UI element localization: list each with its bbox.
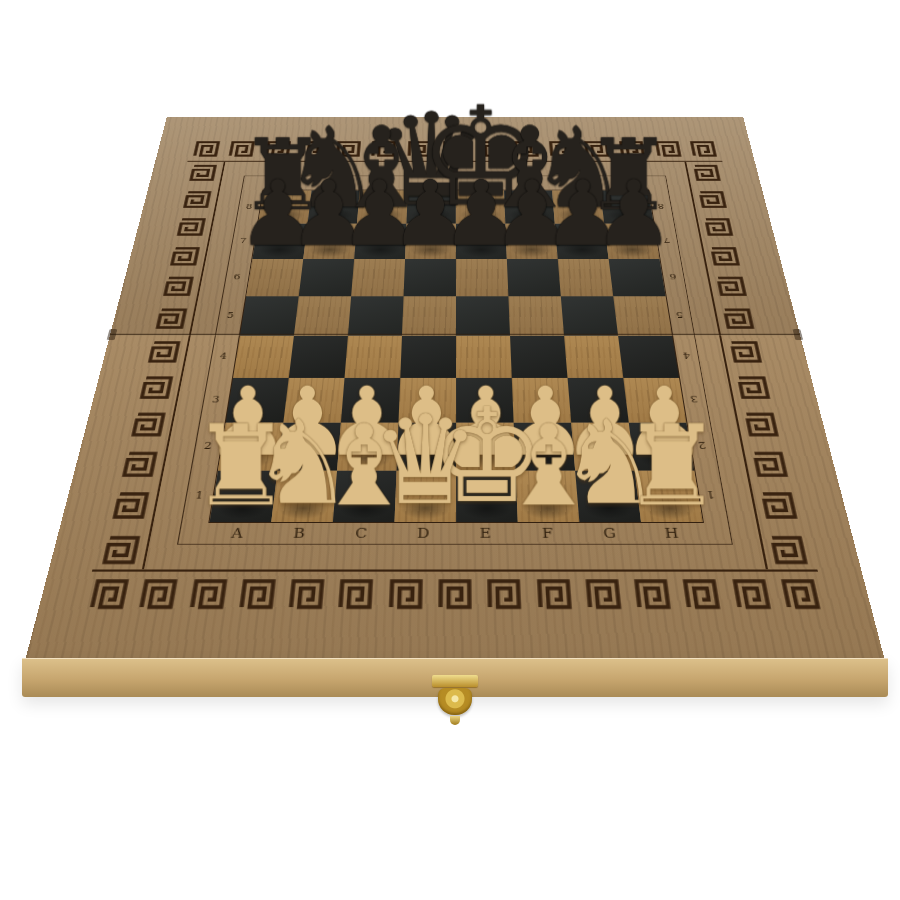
file-label-b: B — [267, 521, 332, 545]
square-a6 — [246, 259, 303, 296]
file-label-a: A — [205, 521, 270, 545]
meander-unit-icon — [485, 577, 524, 612]
white-rook: ♜ — [622, 414, 722, 517]
square-g6 — [558, 259, 613, 296]
meander-unit-icon — [286, 577, 328, 612]
square-b6 — [299, 259, 354, 296]
meander-unit-icon — [236, 577, 279, 612]
square-f1: ♝ — [516, 471, 580, 522]
square-c6 — [351, 259, 405, 296]
meander-unit-icon — [680, 577, 724, 612]
meander-unit-icon — [749, 450, 790, 479]
meander-unit-icon — [187, 164, 219, 183]
meander-unit-icon — [436, 577, 475, 612]
meander-unit-icon — [729, 577, 774, 612]
product-photo: 87654321 87654321 ABCDEFGH ♜♞♝♛♚♝♞♜♟♟♟♟♟… — [0, 0, 900, 900]
meander-unit-icon — [128, 411, 168, 439]
rank-label-6: 6 — [222, 258, 251, 295]
square-a5 — [240, 296, 299, 336]
square-g5 — [561, 296, 618, 336]
meander-unit-icon — [702, 217, 736, 237]
meander-unit-icon — [137, 374, 176, 400]
hinge-notch-left — [107, 329, 118, 340]
square-e6 — [456, 259, 508, 296]
board-front-edge — [22, 658, 888, 697]
file-label-f: F — [517, 521, 581, 545]
meander-unit-icon — [720, 307, 757, 331]
meander-unit-icon — [174, 217, 208, 237]
square-f5 — [508, 296, 564, 336]
meander-unit-icon — [136, 577, 181, 612]
square-b5 — [294, 296, 351, 336]
chess-board: 87654321 87654321 ABCDEFGH ♜♞♝♛♚♝♞♜♟♟♟♟♟… — [25, 117, 884, 659]
meander-unit-icon — [181, 190, 214, 209]
meander-unit-icon — [161, 275, 197, 297]
playing-field: ♜♞♝♛♚♝♞♜♟♟♟♟♟♟♟♟♟♟♟♟♟♟♟♟♜♞♝♛♚♝♞♜ — [208, 190, 704, 523]
file-label-h: H — [640, 521, 705, 545]
rank-label-6: 6 — [658, 258, 687, 295]
board-surface: 87654321 87654321 ABCDEFGH ♜♞♝♛♚♝♞♜♟♟♟♟♟… — [25, 117, 884, 659]
square-h6 — [609, 259, 666, 296]
square-d6 — [404, 259, 456, 296]
meander-unit-icon — [191, 140, 222, 158]
meander-unit-icon — [534, 577, 574, 612]
meander-unit-icon — [708, 245, 743, 266]
meander-unit-icon — [336, 577, 376, 612]
meander-unit-icon — [758, 490, 801, 521]
square-d1: ♛ — [395, 471, 457, 522]
meander-unit-icon — [696, 190, 729, 209]
meander-unit-icon — [153, 307, 190, 331]
white-rook: ♜ — [191, 414, 291, 517]
square-h7: ♟ — [604, 224, 659, 259]
square-c5 — [348, 296, 404, 336]
meander-unit-icon — [767, 534, 811, 567]
rank-label-5: 5 — [665, 295, 695, 335]
meander-unit-icon — [168, 245, 203, 266]
meander-unit-icon — [386, 577, 425, 612]
square-e5 — [456, 296, 510, 336]
greek-key-band-bottom — [81, 570, 828, 617]
meander-unit-icon — [86, 577, 132, 612]
file-label-g: G — [578, 521, 643, 545]
file-label-c: C — [330, 521, 394, 545]
white-bishop: ♝ — [498, 414, 598, 517]
file-labels-bottom: ABCDEFGH — [205, 521, 706, 545]
latch-plate — [432, 675, 478, 687]
meander-unit-icon — [691, 164, 723, 183]
file-label-d: D — [392, 521, 455, 545]
brass-latch — [429, 675, 481, 733]
meander-unit-icon — [778, 577, 824, 612]
meander-unit-icon — [99, 534, 143, 567]
meander-unit-icon — [583, 577, 625, 612]
latch-knob — [450, 716, 460, 725]
meander-unit-icon — [186, 577, 230, 612]
hinge-notch-right — [792, 329, 803, 340]
square-h1: ♜ — [635, 471, 703, 522]
latch-body — [438, 688, 472, 715]
white-queen: ♛ — [370, 403, 480, 516]
square-d5 — [402, 296, 456, 336]
meander-unit-icon — [714, 275, 750, 297]
meander-unit-icon — [119, 450, 160, 479]
meander-unit-icon — [109, 490, 152, 521]
meander-unit-icon — [734, 374, 773, 400]
meander-unit-icon — [631, 577, 674, 612]
square-f6 — [507, 259, 561, 296]
meander-unit-icon — [145, 340, 183, 365]
file-label-e: E — [455, 521, 518, 545]
meander-unit-icon — [727, 340, 765, 365]
square-h5 — [613, 296, 672, 336]
meander-unit-icon — [742, 411, 782, 439]
rank-label-7: 7 — [653, 223, 681, 258]
square-a1: ♜ — [210, 471, 278, 522]
meander-unit-icon — [688, 140, 719, 158]
